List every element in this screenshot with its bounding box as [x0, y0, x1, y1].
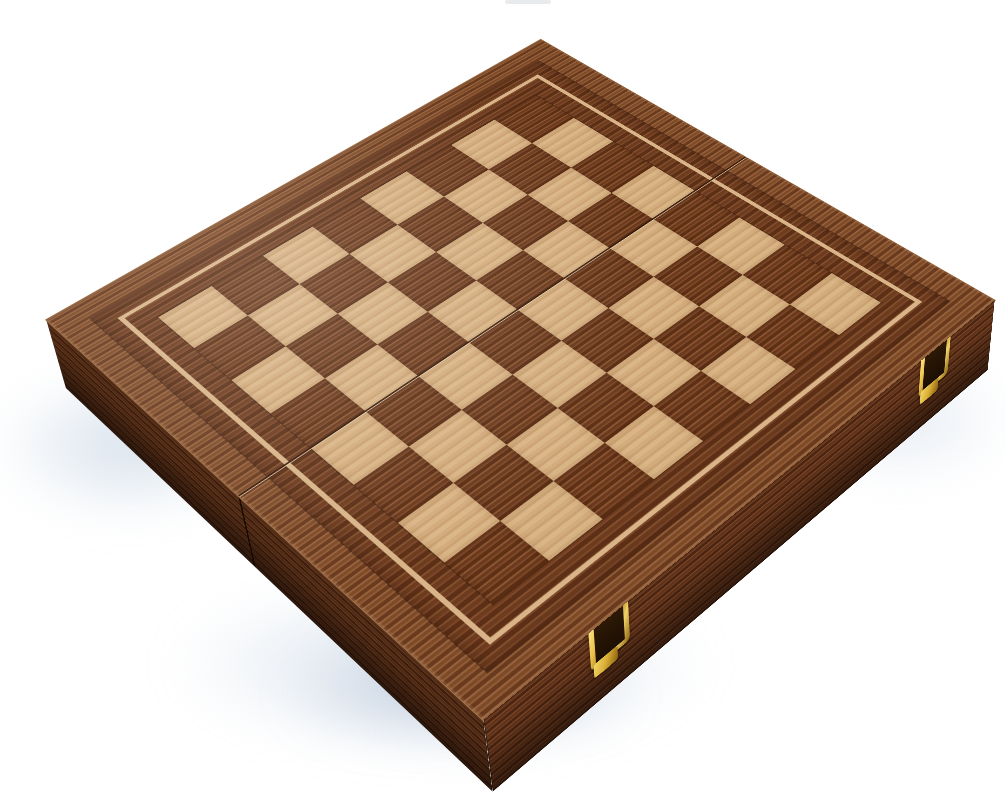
photo-artifact-dash [505, 0, 551, 4]
board-square [561, 308, 653, 373]
board-square [231, 346, 325, 413]
board-square [366, 376, 462, 446]
board-square [607, 339, 701, 406]
product-photo-canvas: { "game": "chess", "caption": "Closed fo… [0, 0, 1006, 804]
board-square [377, 312, 469, 377]
board-square [453, 445, 553, 521]
board-square [354, 447, 454, 523]
board-square [325, 344, 419, 411]
board-square [469, 310, 561, 375]
board-square [194, 316, 286, 381]
folding-chess-case [46, 39, 995, 720]
board-top-face [46, 39, 995, 720]
board-square [398, 483, 500, 563]
board-square [701, 337, 795, 404]
board-square [445, 521, 550, 604]
board-square [419, 343, 513, 410]
board-square [311, 412, 409, 485]
board-square [605, 406, 703, 479]
board-square [554, 443, 654, 519]
board-square [270, 378, 366, 448]
board-square [654, 371, 750, 441]
board-square [654, 306, 747, 371]
board-square [507, 408, 605, 481]
perspective-scene [169, 0, 866, 659]
board-square [462, 375, 558, 445]
board-square [513, 341, 607, 408]
board-square [286, 314, 378, 379]
chess-case-placement [0, 0, 1006, 804]
board-square [500, 481, 602, 561]
board-square [746, 304, 839, 369]
board-square [409, 410, 507, 483]
board-square [558, 373, 654, 443]
